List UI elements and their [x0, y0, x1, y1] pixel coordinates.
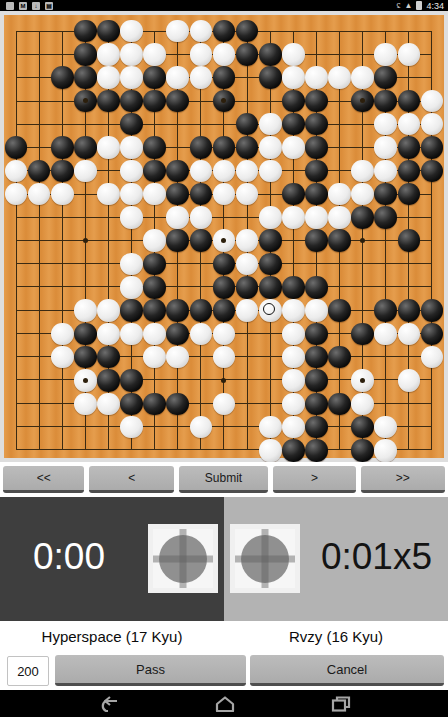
white-stone[interactable]	[97, 299, 120, 322]
pass-button[interactable]: Pass	[55, 655, 246, 686]
white-stone[interactable]	[282, 136, 305, 159]
white-stone[interactable]	[282, 43, 305, 66]
white-stone[interactable]	[328, 66, 351, 89]
black-stone[interactable]	[328, 299, 351, 322]
board-cell	[362, 263, 385, 286]
board-cell	[408, 426, 431, 449]
black-stone[interactable]	[120, 393, 143, 416]
black-stone[interactable]	[398, 160, 421, 183]
black-stone[interactable]	[305, 183, 328, 206]
recents-icon[interactable]	[331, 696, 351, 712]
white-stone[interactable]	[259, 439, 282, 462]
white-stone[interactable]	[120, 276, 143, 299]
screenshot-icon	[6, 2, 14, 10]
black-stone[interactable]	[97, 346, 120, 369]
black-stone[interactable]	[282, 183, 305, 206]
white-stone[interactable]	[328, 183, 351, 206]
board-cell	[16, 426, 39, 449]
bluetooth-icon: ʢ	[397, 0, 401, 11]
black-stone[interactable]	[190, 136, 213, 159]
white-stone[interactable]	[282, 206, 305, 229]
white-stone[interactable]	[120, 43, 143, 66]
black-stone[interactable]	[74, 136, 97, 159]
white-stone[interactable]	[120, 66, 143, 89]
board-cell	[16, 31, 39, 54]
black-stone[interactable]	[143, 276, 166, 299]
board-cell	[16, 263, 39, 286]
black-stone[interactable]	[305, 113, 328, 136]
status-clock: 4:34	[426, 1, 444, 11]
black-stone[interactable]	[74, 323, 97, 346]
board-cell	[39, 286, 62, 309]
white-stone[interactable]	[74, 160, 97, 183]
submit-button[interactable]: Submit	[179, 466, 268, 493]
white-stone[interactable]	[328, 206, 351, 229]
black-stone[interactable]	[51, 160, 74, 183]
white-stone[interactable]	[213, 43, 236, 66]
right-player-name: Rvzy (16 Kyu)	[224, 621, 448, 652]
white-stone[interactable]	[421, 90, 444, 113]
black-stone[interactable]	[305, 229, 328, 252]
white-stone[interactable]	[282, 416, 305, 439]
black-stone[interactable]	[305, 439, 328, 462]
white-stone[interactable]	[236, 299, 259, 322]
white-stone[interactable]	[374, 43, 397, 66]
black-stone[interactable]	[190, 229, 213, 252]
board-cell	[16, 403, 39, 426]
white-stone[interactable]	[120, 323, 143, 346]
black-stone[interactable]	[398, 299, 421, 322]
black-stone[interactable]	[143, 66, 166, 89]
board-wood	[4, 15, 444, 458]
white-stone[interactable]	[143, 323, 166, 346]
black-stone[interactable]	[421, 136, 444, 159]
black-stone[interactable]	[328, 229, 351, 252]
white-stone[interactable]	[259, 416, 282, 439]
board-cell	[316, 31, 339, 54]
black-stone[interactable]	[120, 90, 143, 113]
black-stone[interactable]	[120, 299, 143, 322]
black-stone[interactable]	[305, 136, 328, 159]
black-stone[interactable]	[143, 90, 166, 113]
board-cell	[177, 263, 200, 286]
white-stone[interactable]	[305, 206, 328, 229]
board-cell	[16, 356, 39, 379]
left-player-stone-icon	[148, 524, 218, 593]
board-cell	[247, 379, 270, 402]
black-stone[interactable]	[305, 276, 328, 299]
white-stone[interactable]	[374, 323, 397, 346]
last-move-marker	[263, 303, 275, 315]
white-stone[interactable]	[120, 183, 143, 206]
white-stone[interactable]	[190, 66, 213, 89]
black-stone[interactable]	[74, 346, 97, 369]
board-cell	[16, 379, 39, 402]
board-cell	[339, 263, 362, 286]
board-cell	[39, 240, 62, 263]
black-stone[interactable]	[166, 90, 189, 113]
black-stone[interactable]	[166, 160, 189, 183]
black-stone[interactable]	[120, 369, 143, 392]
white-stone[interactable]	[97, 43, 120, 66]
hoshi-point	[83, 238, 88, 243]
board-cell	[39, 31, 62, 54]
cancel-button[interactable]: Cancel	[250, 655, 444, 686]
black-stone[interactable]	[305, 416, 328, 439]
white-stone[interactable]	[351, 160, 374, 183]
black-stone[interactable]	[97, 369, 120, 392]
black-stone[interactable]	[97, 90, 120, 113]
board-cell	[16, 54, 39, 77]
board-cell	[154, 426, 177, 449]
back-icon[interactable]	[97, 696, 119, 712]
black-stone[interactable]	[421, 299, 444, 322]
screen: M ↓ ▤ ʢ ▲ 4:34 << < Submit > >> 0:00	[0, 0, 448, 717]
black-stone[interactable]	[282, 276, 305, 299]
black-stone[interactable]	[259, 229, 282, 252]
board-cell	[39, 403, 62, 426]
black-stone[interactable]	[74, 43, 97, 66]
white-stone[interactable]	[190, 160, 213, 183]
left-player-name: Hyperspace (17 Kyu)	[0, 621, 224, 652]
board-cell	[16, 217, 39, 240]
board-cell	[339, 124, 362, 147]
white-stone[interactable]	[120, 136, 143, 159]
black-stone[interactable]	[259, 276, 282, 299]
white-stone[interactable]	[74, 393, 97, 416]
black-stone[interactable]	[51, 136, 74, 159]
board-cell	[16, 77, 39, 100]
white-stone[interactable]	[51, 323, 74, 346]
hoshi-point	[83, 378, 88, 383]
black-stone[interactable]	[305, 393, 328, 416]
white-stone[interactable]	[259, 206, 282, 229]
black-stone[interactable]	[351, 323, 374, 346]
white-stone[interactable]	[51, 183, 74, 206]
black-stone[interactable]	[305, 90, 328, 113]
black-stone[interactable]	[374, 299, 397, 322]
white-stone[interactable]	[143, 43, 166, 66]
black-stone[interactable]	[282, 113, 305, 136]
white-stone[interactable]	[374, 160, 397, 183]
board-cell	[85, 217, 108, 240]
board-cell	[16, 240, 39, 263]
white-stone[interactable]	[305, 299, 328, 322]
right-player-stone-icon	[230, 524, 300, 593]
black-stone[interactable]	[421, 160, 444, 183]
white-stone[interactable]	[421, 346, 444, 369]
right-clock-time: 0:01x5	[321, 536, 432, 578]
download-icon: ↓	[32, 2, 40, 10]
board-cell	[385, 263, 408, 286]
black-stone[interactable]	[143, 160, 166, 183]
next-move-button[interactable]: >	[273, 466, 355, 493]
black-stone[interactable]	[74, 20, 97, 43]
white-stone[interactable]	[282, 346, 305, 369]
white-stone[interactable]	[143, 229, 166, 252]
white-stone[interactable]	[120, 253, 143, 276]
board-cell	[247, 356, 270, 379]
board-cell	[362, 240, 385, 263]
board-cell	[39, 379, 62, 402]
black-stone[interactable]	[213, 136, 236, 159]
white-stone[interactable]	[97, 393, 120, 416]
white-stone[interactable]	[190, 43, 213, 66]
home-icon[interactable]	[215, 696, 235, 712]
board-cell	[85, 240, 108, 263]
black-stone[interactable]	[398, 136, 421, 159]
black-stone[interactable]	[74, 66, 97, 89]
white-stone[interactable]	[51, 346, 74, 369]
white-stone[interactable]	[166, 66, 189, 89]
black-stone[interactable]	[259, 43, 282, 66]
white-stone[interactable]	[282, 66, 305, 89]
white-stone[interactable]	[259, 136, 282, 159]
black-stone[interactable]	[143, 253, 166, 276]
battery-icon	[416, 1, 422, 10]
black-stone[interactable]	[374, 206, 397, 229]
clipboard-icon: ▤	[45, 2, 53, 10]
black-stone[interactable]	[351, 439, 374, 462]
black-stone[interactable]	[190, 299, 213, 322]
white-stone[interactable]	[305, 66, 328, 89]
black-stone[interactable]	[305, 346, 328, 369]
go-board[interactable]	[0, 11, 448, 462]
black-stone[interactable]	[97, 20, 120, 43]
wifi-icon: ▲	[405, 0, 413, 11]
move-number-input[interactable]	[7, 656, 49, 686]
white-stone[interactable]	[398, 369, 421, 392]
left-clock-time: 0:00	[33, 536, 105, 578]
black-stone[interactable]	[143, 136, 166, 159]
white-stone[interactable]	[259, 299, 282, 322]
board-cell	[62, 426, 85, 449]
move-nav-row: << < Submit > >>	[0, 462, 448, 497]
white-stone[interactable]	[97, 323, 120, 346]
board-cell	[223, 426, 246, 449]
white-stone[interactable]	[421, 113, 444, 136]
black-stone[interactable]	[213, 299, 236, 322]
android-nav-bar	[0, 690, 448, 717]
black-stone[interactable]	[374, 66, 397, 89]
white-stone[interactable]	[120, 20, 143, 43]
board-cell	[16, 310, 39, 333]
white-stone[interactable]	[120, 416, 143, 439]
black-stone[interactable]	[166, 393, 189, 416]
board-cell	[39, 101, 62, 124]
white-stone[interactable]	[120, 160, 143, 183]
last-move-button[interactable]: >>	[361, 466, 445, 493]
board-cell	[339, 31, 362, 54]
board-cell	[408, 263, 431, 286]
black-stone[interactable]	[166, 323, 189, 346]
black-stone[interactable]	[143, 299, 166, 322]
board-cell	[62, 217, 85, 240]
white-stone[interactable]	[374, 439, 397, 462]
black-stone[interactable]	[305, 323, 328, 346]
crosshair-icon	[262, 529, 269, 588]
white-stone[interactable]	[97, 183, 120, 206]
black-stone[interactable]	[305, 160, 328, 183]
prev-move-button[interactable]: <	[89, 466, 173, 493]
board-cell	[85, 426, 108, 449]
black-stone[interactable]	[398, 229, 421, 252]
black-stone[interactable]	[282, 90, 305, 113]
black-stone[interactable]	[236, 43, 259, 66]
first-move-button[interactable]: <<	[3, 466, 84, 493]
gmail-icon: M	[19, 2, 27, 10]
white-stone[interactable]	[97, 66, 120, 89]
player-names-row: Hyperspace (17 Kyu) Rvzy (16 Kyu)	[0, 621, 448, 652]
white-stone[interactable]	[282, 323, 305, 346]
black-stone[interactable]	[213, 66, 236, 89]
black-stone[interactable]	[236, 276, 259, 299]
white-stone[interactable]	[259, 160, 282, 183]
white-stone[interactable]	[259, 113, 282, 136]
black-stone[interactable]	[51, 66, 74, 89]
white-stone[interactable]	[166, 206, 189, 229]
board-cell	[62, 240, 85, 263]
black-stone[interactable]	[305, 369, 328, 392]
board-cell	[16, 333, 39, 356]
white-stone[interactable]	[282, 393, 305, 416]
white-stone[interactable]	[351, 66, 374, 89]
crosshair-icon	[180, 529, 187, 588]
black-stone[interactable]	[421, 323, 444, 346]
black-stone[interactable]	[282, 439, 305, 462]
black-stone[interactable]	[213, 276, 236, 299]
board-cell	[39, 217, 62, 240]
bottom-controls: Pass Cancel	[0, 652, 448, 690]
black-stone[interactable]	[143, 393, 166, 416]
black-stone[interactable]	[351, 206, 374, 229]
left-player-clock: 0:00	[0, 497, 224, 621]
board-cell	[247, 333, 270, 356]
white-stone[interactable]	[120, 206, 143, 229]
board-cell	[16, 286, 39, 309]
white-stone[interactable]	[398, 43, 421, 66]
black-stone[interactable]	[374, 90, 397, 113]
clock-panel: 0:00 0:01x5	[0, 497, 448, 621]
white-stone[interactable]	[351, 393, 374, 416]
right-player-clock: 0:01x5	[224, 497, 448, 621]
black-stone[interactable]	[166, 229, 189, 252]
white-stone[interactable]	[282, 369, 305, 392]
black-stone[interactable]	[328, 393, 351, 416]
black-stone[interactable]	[5, 136, 28, 159]
white-stone[interactable]	[97, 136, 120, 159]
black-stone[interactable]	[166, 299, 189, 322]
board-cell	[408, 403, 431, 426]
status-bar: M ↓ ▤ ʢ ▲ 4:34	[0, 0, 448, 11]
board-cell	[39, 263, 62, 286]
white-stone[interactable]	[282, 299, 305, 322]
white-stone[interactable]	[374, 136, 397, 159]
black-stone[interactable]	[259, 66, 282, 89]
black-stone[interactable]	[259, 253, 282, 276]
board-cell	[16, 101, 39, 124]
white-stone[interactable]	[74, 299, 97, 322]
white-stone[interactable]	[190, 206, 213, 229]
board-cell	[39, 426, 62, 449]
board-cell	[62, 263, 85, 286]
black-stone[interactable]	[236, 136, 259, 159]
board-cell	[85, 263, 108, 286]
